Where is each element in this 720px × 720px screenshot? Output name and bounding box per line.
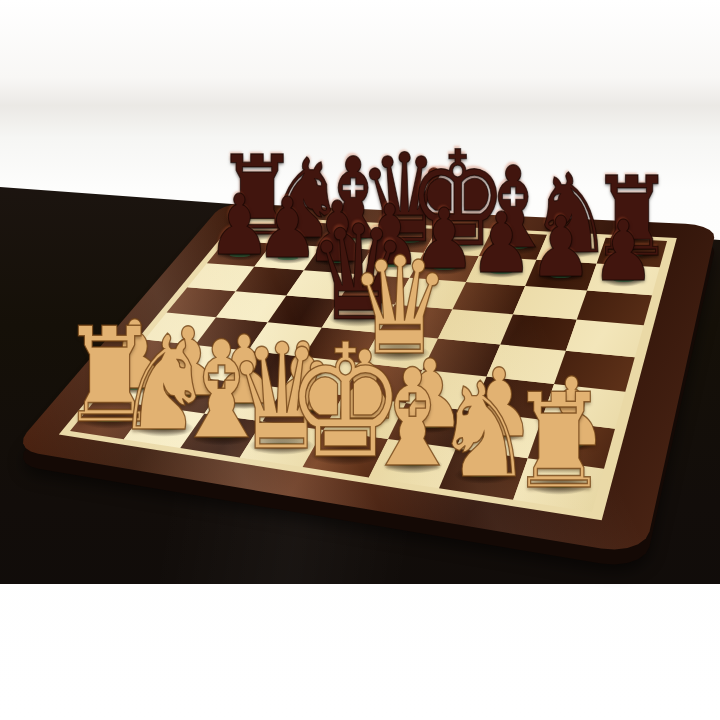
- scene: ♜♞♝♛♚♝♞♜♟♟♟♟♟♟♟♟♛♛♟♟♟♟♟♟♟♟♜♞♝♛♚♝♞♜: [0, 0, 720, 720]
